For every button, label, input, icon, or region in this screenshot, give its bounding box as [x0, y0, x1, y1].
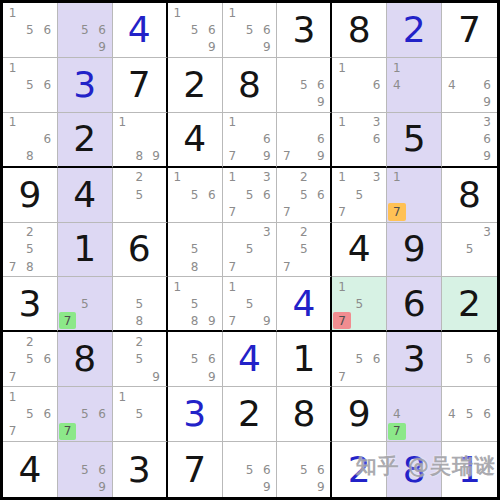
- candidate-digit: 1: [114, 114, 131, 131]
- cell-r5c2[interactable]: 1: [58, 223, 113, 278]
- cell-r3c3[interactable]: 189: [113, 113, 168, 168]
- candidate-digit: [4, 131, 21, 148]
- cell-r3c4[interactable]: 4: [168, 113, 223, 168]
- cell-r4c1[interactable]: 9: [3, 168, 58, 223]
- candidate-digit: [443, 148, 461, 165]
- cell-r4c8[interactable]: 17: [387, 168, 442, 223]
- given-digit: 2: [183, 67, 206, 103]
- candidate-digit: [114, 368, 131, 385]
- candidate-digit: [203, 203, 220, 220]
- candidate-digit: [312, 224, 329, 241]
- cell-r7c3[interactable]: 259: [113, 332, 168, 387]
- cell-r7c4[interactable]: 569: [168, 332, 223, 387]
- candidate-digit: 6: [312, 131, 329, 148]
- candidate-digit: 1: [388, 59, 405, 76]
- candidate-digit: [114, 333, 131, 350]
- candidate-digit: [76, 312, 93, 329]
- candidate-grid: 469: [443, 59, 496, 111]
- candidate-digit: [312, 59, 329, 76]
- cell-r3c7[interactable]: 136: [332, 113, 387, 168]
- candidate-digit: [295, 93, 312, 110]
- candidate-digit: 3: [258, 169, 275, 186]
- candidate-digit: [461, 368, 479, 385]
- candidate-digit: 5: [241, 461, 258, 479]
- cell-r9c4[interactable]: 7: [168, 442, 223, 497]
- candidate-digit: [406, 423, 423, 440]
- candidate-digit: [443, 333, 461, 350]
- candidate-grid: 156: [4, 59, 56, 111]
- candidate-digit: 5: [131, 295, 148, 312]
- cell-r5c6[interactable]: 257: [277, 223, 332, 278]
- cell-r6c3[interactable]: 58: [113, 277, 168, 332]
- sudoku-board: 1565694156915693827156372856916144691682…: [0, 0, 500, 500]
- cell-r9c2[interactable]: 569: [58, 442, 113, 497]
- candidate-digit: [351, 169, 368, 186]
- cell-r5c4[interactable]: 58: [168, 223, 223, 278]
- candidate-digit: [114, 186, 131, 203]
- candidate-digit: 1: [224, 114, 241, 131]
- cell-r1c4[interactable]: 1569: [168, 3, 223, 58]
- cell-r7c6[interactable]: 1: [277, 332, 332, 387]
- cell-r3c9[interactable]: 369: [442, 113, 497, 168]
- candidate-digit: [333, 351, 350, 368]
- candidate-digit: [186, 169, 203, 186]
- cell-r9c8[interactable]: 8: [387, 442, 442, 497]
- candidate-digit: [241, 169, 258, 186]
- candidate-digit: [333, 93, 350, 110]
- cell-r8c4[interactable]: 3: [168, 387, 223, 442]
- cell-r7c1[interactable]: 2567: [3, 332, 58, 387]
- candidate-digit: [278, 169, 295, 186]
- candidate-digit: 6: [478, 406, 496, 423]
- candidate-digit: [148, 295, 165, 312]
- candidate-digit: [169, 21, 186, 38]
- candidate-digit: 6: [258, 461, 275, 479]
- cell-r3c6[interactable]: 679: [277, 113, 332, 168]
- candidate-digit: 6: [203, 21, 220, 38]
- cell-r6c1[interactable]: 3: [3, 277, 58, 332]
- candidate-grid: 56: [443, 333, 496, 385]
- candidate-digit: [368, 186, 385, 203]
- entered-digit: 4: [292, 286, 315, 322]
- candidate-grid: 136: [333, 114, 385, 165]
- cell-r9c3[interactable]: 3: [113, 442, 168, 497]
- candidate-digit: [351, 59, 368, 76]
- cell-r9c5[interactable]: 569: [223, 442, 278, 497]
- candidate-digit: [478, 241, 496, 258]
- candidate-digit: [406, 59, 423, 76]
- cell-r2c8[interactable]: 14: [387, 58, 442, 113]
- cell-r2c9[interactable]: 469: [442, 58, 497, 113]
- candidate-digit: [241, 312, 258, 329]
- cell-r5c3[interactable]: 6: [113, 223, 168, 278]
- candidate-digit: [224, 443, 241, 461]
- cell-r4c7[interactable]: 1357: [332, 168, 387, 223]
- candidate-digit: [312, 258, 329, 275]
- candidate-digit: [169, 258, 186, 275]
- candidate-digit: [93, 388, 110, 405]
- candidate-digit: [21, 423, 38, 440]
- candidate-digit: [333, 295, 350, 312]
- candidate-digit: 5: [131, 406, 148, 423]
- candidate-digit: 7: [278, 148, 295, 165]
- cell-r8c8[interactable]: 47: [387, 387, 442, 442]
- candidate-digit: 7: [278, 203, 295, 220]
- candidate-digit: 7: [224, 203, 241, 220]
- candidate-digit: 6: [312, 461, 329, 479]
- candidate-digit: 5: [241, 186, 258, 203]
- candidate-digit: [241, 4, 258, 21]
- cell-r9c9[interactable]: 1: [442, 442, 497, 497]
- given-digit: 1: [292, 341, 315, 377]
- given-digit: 7: [128, 67, 151, 103]
- cell-r1c1[interactable]: 156: [3, 3, 58, 58]
- given-digit: 8: [238, 67, 261, 103]
- candidate-digit: [461, 224, 479, 241]
- cell-r2c6[interactable]: 569: [277, 58, 332, 113]
- candidate-digit: [443, 114, 461, 131]
- candidate-digit: [114, 169, 131, 186]
- candidate-digit: [39, 333, 56, 350]
- candidate-digit: [351, 278, 368, 295]
- candidate-digit: 5: [186, 21, 203, 38]
- candidate-digit: 5: [461, 241, 479, 258]
- cell-r3c8[interactable]: 5: [387, 113, 442, 168]
- candidate-digit: 5: [295, 461, 312, 479]
- cell-r2c7[interactable]: 16: [332, 58, 387, 113]
- candidate-digit: [4, 39, 21, 56]
- cell-r3c2[interactable]: 2: [58, 113, 113, 168]
- candidate-digit: [224, 461, 241, 479]
- candidate-digit: 6: [368, 131, 385, 148]
- candidate-digit: [478, 333, 496, 350]
- cell-r6c8[interactable]: 6: [387, 277, 442, 332]
- candidate-digit: 1: [333, 59, 350, 76]
- candidate-digit: 5: [186, 241, 203, 258]
- candidate-digit: [241, 39, 258, 56]
- cell-r8c2[interactable]: 567: [58, 387, 113, 442]
- given-digit: 6: [128, 231, 151, 267]
- cell-r4c6[interactable]: 2567: [277, 168, 332, 223]
- candidate-digit: [241, 131, 258, 148]
- candidate-grid: 157: [333, 278, 385, 329]
- cell-r8c1[interactable]: 1567: [3, 387, 58, 442]
- candidate-digit: [76, 443, 93, 461]
- candidate-digit: [21, 131, 38, 148]
- candidate-digit: [295, 131, 312, 148]
- candidate-grid: 168: [4, 114, 56, 165]
- candidate-digit: 5: [21, 351, 38, 368]
- cell-r9c1[interactable]: 4: [3, 442, 58, 497]
- candidate-digit: 5: [76, 295, 93, 312]
- candidate-digit: 5: [21, 76, 38, 93]
- candidate-digit: 1: [224, 4, 241, 21]
- entered-digit: 3: [183, 396, 206, 432]
- cell-r1c9[interactable]: 7: [442, 3, 497, 58]
- candidate-grid: 57: [59, 278, 111, 329]
- candidate-digit: [351, 333, 368, 350]
- candidate-digit: 9: [258, 148, 275, 165]
- cell-r3c1[interactable]: 168: [3, 113, 58, 168]
- candidate-digit: [278, 443, 295, 461]
- candidate-digit: 1: [388, 169, 405, 186]
- candidate-digit: [114, 295, 131, 312]
- candidate-digit: [258, 295, 275, 312]
- cell-r2c2[interactable]: 3: [58, 58, 113, 113]
- candidate-digit: [203, 169, 220, 186]
- entered-digit: 8: [403, 452, 426, 488]
- cell-r7c2[interactable]: 8: [58, 332, 113, 387]
- candidate-digit: [406, 406, 423, 423]
- candidate-digit: [278, 59, 295, 76]
- candidate-digit: 9: [258, 478, 275, 496]
- candidate-digit: [114, 203, 131, 220]
- cell-r6c6[interactable]: 4: [277, 277, 332, 332]
- candidate-digit: 6: [258, 131, 275, 148]
- cell-r2c5[interactable]: 8: [223, 58, 278, 113]
- candidate-digit: [4, 148, 21, 165]
- candidate-digit: [186, 224, 203, 241]
- candidate-digit: [59, 278, 76, 295]
- cell-r8c9[interactable]: 456: [442, 387, 497, 442]
- candidate-grid: 456: [443, 388, 496, 440]
- cell-r4c5[interactable]: 13567: [223, 168, 278, 223]
- candidate-digit: [241, 443, 258, 461]
- candidate-grid: 569: [278, 59, 329, 111]
- cell-r6c5[interactable]: 1579: [223, 277, 278, 332]
- candidate-digit: 5: [461, 406, 479, 423]
- candidate-digit: 9: [93, 478, 110, 496]
- cell-r5c7[interactable]: 4: [332, 223, 387, 278]
- candidate-digit: [186, 4, 203, 21]
- given-digit: 4: [183, 121, 206, 157]
- candidate-digit: 7: [333, 203, 350, 220]
- candidate-digit: 8: [186, 258, 203, 275]
- given-digit: 8: [458, 177, 481, 213]
- candidate-digit: 1: [333, 278, 350, 295]
- candidate-digit: 6: [39, 351, 56, 368]
- candidate-digit: [148, 131, 165, 148]
- candidate-digit: 1: [224, 169, 241, 186]
- cell-r8c3[interactable]: 15: [113, 387, 168, 442]
- candidate-digit: [76, 39, 93, 56]
- candidate-grid: 357: [224, 224, 276, 276]
- candidate-digit: [461, 388, 479, 405]
- cell-r8c7[interactable]: 9: [332, 387, 387, 442]
- candidate-digit: 5: [241, 241, 258, 258]
- cell-r4c3[interactable]: 25: [113, 168, 168, 223]
- cell-r7c8[interactable]: 3: [387, 332, 442, 387]
- candidate-digit: 5: [76, 461, 93, 479]
- cell-r8c5[interactable]: 2: [223, 387, 278, 442]
- candidate-digit: 9: [93, 39, 110, 56]
- candidate-digit: [423, 203, 440, 220]
- candidate-digit: [148, 203, 165, 220]
- candidate-digit: 3: [258, 224, 275, 241]
- given-digit: 3: [128, 452, 151, 488]
- entered-digit: 2: [348, 452, 371, 488]
- cell-r2c4[interactable]: 2: [168, 58, 223, 113]
- candidate-digit: 6: [478, 351, 496, 368]
- candidate-digit: [461, 76, 479, 93]
- candidate-digit: [295, 203, 312, 220]
- given-digit: 8: [348, 12, 371, 48]
- candidate-digit: 1: [333, 114, 350, 131]
- candidate-grid: 569: [169, 333, 221, 385]
- candidate-grid: 1679: [224, 114, 276, 165]
- candidate-digit: [351, 76, 368, 93]
- candidate-digit: [461, 423, 479, 440]
- candidate-digit: [148, 169, 165, 186]
- cell-r4c2[interactable]: 4: [58, 168, 113, 223]
- candidate-digit: [148, 388, 165, 405]
- candidate-digit: 9: [203, 368, 220, 385]
- candidate-digit: 7: [333, 368, 350, 385]
- candidate-digit: [169, 295, 186, 312]
- candidate-digit: [295, 478, 312, 496]
- candidate-grid: 2567: [4, 333, 56, 385]
- candidate-digit: [169, 39, 186, 56]
- cell-r7c5[interactable]: 4: [223, 332, 278, 387]
- candidate-digit: 4: [443, 76, 461, 93]
- candidate-digit: [39, 388, 56, 405]
- candidate-digit: [258, 4, 275, 21]
- candidate-digit: 5: [351, 186, 368, 203]
- candidate-digit: 9: [478, 93, 496, 110]
- cell-r5c5[interactable]: 357: [223, 223, 278, 278]
- candidate-digit: [203, 4, 220, 21]
- cell-r1c3[interactable]: 4: [113, 3, 168, 58]
- candidate-digit: [423, 423, 440, 440]
- candidate-digit: 9: [148, 368, 165, 385]
- candidate-grid: 2578: [4, 224, 56, 276]
- candidate-digit: 7: [278, 258, 295, 275]
- cell-r6c9[interactable]: 2: [442, 277, 497, 332]
- given-digit: 1: [73, 231, 96, 267]
- candidate-digit: [93, 4, 110, 21]
- candidate-digit: [4, 21, 21, 38]
- candidate-digit: [423, 93, 440, 110]
- cell-r8c6[interactable]: 8: [277, 387, 332, 442]
- candidate-digit: [169, 241, 186, 258]
- given-digit: 6: [403, 286, 426, 322]
- candidate-digit: [39, 241, 56, 258]
- candidate-digit: [131, 368, 148, 385]
- candidate-digit: 7: [4, 423, 21, 440]
- given-digit: 8: [73, 341, 96, 377]
- entered-digit: 2: [403, 12, 426, 48]
- candidate-digit: [258, 258, 275, 275]
- cell-r6c7[interactable]: 157: [332, 277, 387, 332]
- candidate-digit: [406, 388, 423, 405]
- candidate-digit: [4, 224, 21, 241]
- cell-r1c7[interactable]: 8: [332, 3, 387, 58]
- cell-r2c1[interactable]: 156: [3, 58, 58, 113]
- candidate-digit: 5: [461, 351, 479, 368]
- candidate-digit: [131, 278, 148, 295]
- cell-r7c7[interactable]: 567: [332, 332, 387, 387]
- candidate-digit: [148, 406, 165, 423]
- cell-r5c8[interactable]: 9: [387, 223, 442, 278]
- candidate-digit: 8: [131, 148, 148, 165]
- candidate-digit: [39, 423, 56, 440]
- candidate-grid: 567: [59, 388, 111, 440]
- candidate-digit: 6: [93, 461, 110, 479]
- cell-r1c2[interactable]: 569: [58, 3, 113, 58]
- cell-r6c4[interactable]: 1589: [168, 277, 223, 332]
- candidate-digit: [21, 114, 38, 131]
- candidate-digit: [169, 186, 186, 203]
- candidate-digit: [368, 93, 385, 110]
- candidate-digit: [241, 224, 258, 241]
- cell-r9c7[interactable]: 2: [332, 442, 387, 497]
- candidate-digit: 2: [21, 333, 38, 350]
- candidate-digit: 5: [186, 186, 203, 203]
- cell-r2c3[interactable]: 7: [113, 58, 168, 113]
- cell-r5c1[interactable]: 2578: [3, 223, 58, 278]
- cell-r1c8[interactable]: 2: [387, 3, 442, 58]
- candidate-digit: [333, 148, 350, 165]
- candidate-digit: [368, 59, 385, 76]
- candidate-digit: 2: [131, 333, 148, 350]
- candidate-digit: [312, 241, 329, 258]
- candidate-digit: [423, 406, 440, 423]
- cell-r4c9[interactable]: 8: [442, 168, 497, 223]
- candidate-digit: [241, 258, 258, 275]
- given-digit: 2: [73, 121, 96, 157]
- cell-r7c9[interactable]: 56: [442, 332, 497, 387]
- candidate-digit: 9: [312, 148, 329, 165]
- given-digit: 7: [183, 452, 206, 488]
- candidate-digit: 6: [39, 406, 56, 423]
- candidate-digit: [461, 114, 479, 131]
- candidate-digit: [76, 4, 93, 21]
- candidate-digit: 9: [312, 478, 329, 496]
- candidate-digit: [258, 443, 275, 461]
- candidate-digit: [114, 312, 131, 329]
- candidate-digit: [4, 241, 21, 258]
- candidate-digit: 3: [478, 224, 496, 241]
- candidate-digit: 1: [4, 388, 21, 405]
- candidate-digit: [224, 186, 241, 203]
- candidate-digit: 8: [131, 312, 148, 329]
- candidate-digit: [21, 39, 38, 56]
- cell-r5c9[interactable]: 35: [442, 223, 497, 278]
- candidate-digit: 1: [4, 114, 21, 131]
- candidate-digit: [59, 295, 76, 312]
- candidate-digit: [351, 131, 368, 148]
- entered-digit: 4: [238, 341, 261, 377]
- cell-r6c2[interactable]: 57: [58, 277, 113, 332]
- candidate-digit: [333, 333, 350, 350]
- cell-r9c6[interactable]: 569: [277, 442, 332, 497]
- candidate-digit: [461, 333, 479, 350]
- candidate-digit: [169, 224, 186, 241]
- candidate-digit: [39, 148, 56, 165]
- candidate-digit: [278, 186, 295, 203]
- candidate-digit: [224, 224, 241, 241]
- cell-r3c5[interactable]: 1679: [223, 113, 278, 168]
- cell-r4c4[interactable]: 156: [168, 168, 223, 223]
- cell-r1c6[interactable]: 3: [277, 3, 332, 58]
- candidate-digit: [461, 59, 479, 76]
- given-digit: 9: [348, 396, 371, 432]
- candidate-digit: [203, 241, 220, 258]
- candidate-digit: 6: [258, 186, 275, 203]
- given-digit: 3: [292, 12, 315, 48]
- candidate-digit: 5: [186, 351, 203, 368]
- cell-r1c5[interactable]: 1569: [223, 3, 278, 58]
